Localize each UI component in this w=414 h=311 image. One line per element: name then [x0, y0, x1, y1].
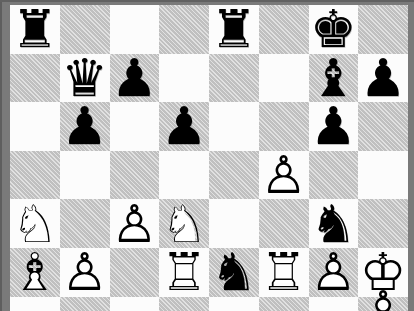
piece-black-pawn[interactable]: ♟	[161, 100, 208, 152]
square-g3[interactable]: ♟♙	[309, 248, 359, 297]
white-piece-outline: ♙	[310, 242, 357, 302]
piece-white-pawn[interactable]: ♟♙	[111, 198, 158, 250]
piece-black-rook[interactable]: ♜	[12, 5, 59, 55]
piece-white-pawn[interactable]: ♟♙	[61, 246, 108, 298]
square-h4[interactable]	[358, 199, 408, 248]
square-g4[interactable]: ♞	[309, 199, 359, 248]
square-e5[interactable]	[209, 151, 259, 200]
white-piece-outline: ♗	[12, 242, 59, 302]
square-c5[interactable]	[110, 151, 160, 200]
piece-white-bishop[interactable]: ♝♗	[12, 246, 59, 298]
square-f5[interactable]: ♟♙	[259, 151, 309, 200]
square-h2[interactable]: ♟♙	[358, 297, 408, 311]
white-piece-outline: ♙	[61, 242, 108, 302]
square-h6[interactable]	[358, 102, 408, 151]
piece-black-pawn[interactable]: ♟	[61, 100, 108, 152]
square-c7[interactable]: ♟	[110, 54, 160, 103]
square-d4[interactable]: ♞♘	[159, 199, 209, 248]
piece-black-pawn[interactable]: ♟	[111, 52, 158, 104]
square-b3[interactable]: ♟♙	[60, 248, 110, 297]
square-a8[interactable]: ♜	[10, 5, 60, 54]
square-d3[interactable]: ♜♖	[159, 248, 209, 297]
square-a3[interactable]: ♝♗	[10, 248, 60, 297]
square-g5[interactable]	[309, 151, 359, 200]
square-a6[interactable]	[10, 102, 60, 151]
square-d7[interactable]	[159, 54, 209, 103]
square-d6[interactable]: ♟	[159, 102, 209, 151]
square-f8[interactable]	[259, 5, 309, 54]
square-c6[interactable]	[110, 102, 160, 151]
square-c8[interactable]	[110, 5, 160, 54]
square-a5[interactable]	[10, 151, 60, 200]
square-d8[interactable]	[159, 5, 209, 54]
square-f6[interactable]	[259, 102, 309, 151]
square-g7[interactable]: ♝	[309, 54, 359, 103]
square-h7[interactable]: ♟	[358, 54, 408, 103]
square-c3[interactable]	[110, 248, 160, 297]
square-e2[interactable]	[209, 297, 259, 311]
square-b8[interactable]	[60, 5, 110, 54]
square-b4[interactable]	[60, 199, 110, 248]
square-h8[interactable]	[358, 5, 408, 54]
square-b6[interactable]: ♟	[60, 102, 110, 151]
piece-black-knight[interactable]: ♞	[211, 246, 258, 298]
piece-black-pawn[interactable]: ♟	[360, 52, 407, 104]
square-b7[interactable]: ♛	[60, 54, 110, 103]
square-f7[interactable]	[259, 54, 309, 103]
square-h5[interactable]	[358, 151, 408, 200]
square-e8[interactable]: ♜	[209, 5, 259, 54]
piece-white-rook[interactable]: ♜♖	[260, 246, 307, 298]
square-c4[interactable]: ♟♙	[110, 199, 160, 248]
piece-white-pawn[interactable]: ♟♙	[310, 246, 357, 298]
piece-black-rook[interactable]: ♜	[211, 5, 258, 55]
piece-black-pawn[interactable]: ♟	[310, 100, 357, 152]
piece-white-pawn[interactable]: ♟♙	[360, 284, 407, 311]
square-e4[interactable]	[209, 199, 259, 248]
square-g8[interactable]: ♚	[309, 5, 359, 54]
square-b5[interactable]	[60, 151, 110, 200]
square-f3[interactable]: ♜♖	[259, 248, 309, 297]
square-d5[interactable]	[159, 151, 209, 200]
white-piece-outline: ♙	[260, 145, 307, 205]
white-piece-outline: ♙	[111, 194, 158, 254]
piece-white-rook[interactable]: ♜♖	[161, 246, 208, 298]
square-a7[interactable]	[10, 54, 60, 103]
white-piece-outline: ♖	[260, 242, 307, 302]
square-e6[interactable]	[209, 102, 259, 151]
square-f4[interactable]	[259, 199, 309, 248]
chess-board: ♜♜♚♛♟♝♟♟♟♟♟♙♞♘♟♙♞♘♞♝♗♟♙♜♖♞♜♖♟♙♚♔♟♙	[10, 5, 408, 311]
white-piece-outline: ♙	[360, 280, 407, 311]
square-e3[interactable]: ♞	[209, 248, 259, 297]
white-piece-outline: ♖	[161, 242, 208, 302]
square-e7[interactable]	[209, 54, 259, 103]
square-c2[interactable]	[110, 297, 160, 311]
square-a4[interactable]: ♞♘	[10, 199, 60, 248]
square-g6[interactable]: ♟	[309, 102, 359, 151]
chessboard-frame: ♜♜♚♛♟♝♟♟♟♟♟♙♞♘♟♙♞♘♞♝♗♟♙♜♖♞♜♖♟♙♚♔♟♙	[0, 0, 414, 311]
piece-white-pawn[interactable]: ♟♙	[260, 149, 307, 201]
